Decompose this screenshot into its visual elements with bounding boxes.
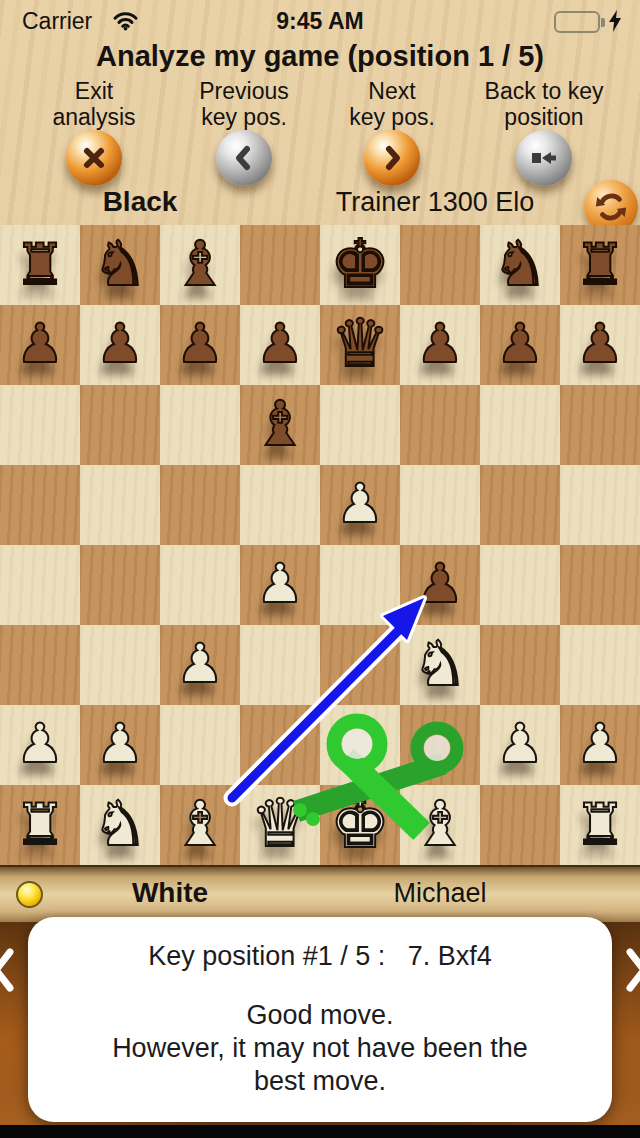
- piece-white-bishop-c1[interactable]: ♝: [160, 785, 240, 865]
- piece-black-pawn-f7[interactable]: ♟: [400, 305, 480, 385]
- square-g3[interactable]: [480, 625, 560, 705]
- square-c4[interactable]: [160, 545, 240, 625]
- prev-page-chevron-icon[interactable]: [0, 948, 14, 996]
- square-b3[interactable]: [80, 625, 160, 705]
- piece-white-pawn-c3[interactable]: ♟: [160, 625, 240, 705]
- piece-white-queen-d1[interactable]: ♛: [240, 785, 320, 865]
- piece-white-knight-b1[interactable]: ♞: [80, 785, 160, 865]
- move-evaluation-text: Good move. However, it may not have been…: [28, 999, 612, 1098]
- next-page-chevron-icon[interactable]: [626, 948, 640, 996]
- piece-black-pawn-c7[interactable]: ♟: [160, 305, 240, 385]
- square-h1[interactable]: ♜: [560, 785, 640, 865]
- next-key-pos-button[interactable]: [364, 130, 420, 186]
- square-c2[interactable]: [160, 705, 240, 785]
- back-to-start-icon: [529, 146, 559, 170]
- square-d6[interactable]: ♝: [240, 385, 320, 465]
- rotate-board-icon: [592, 188, 630, 226]
- square-d8[interactable]: [240, 225, 320, 305]
- square-h8[interactable]: ♜: [560, 225, 640, 305]
- square-c6[interactable]: [160, 385, 240, 465]
- piece-white-pawn-e5[interactable]: ♟: [320, 465, 400, 545]
- square-f2[interactable]: [400, 705, 480, 785]
- piece-black-bishop-c8[interactable]: ♝: [160, 225, 240, 305]
- square-f8[interactable]: [400, 225, 480, 305]
- chess-analysis-screen: Carrier 9:45 AM Analyze my game (positio…: [0, 0, 640, 1138]
- square-f7[interactable]: ♟: [400, 305, 480, 385]
- square-h4[interactable]: [560, 545, 640, 625]
- key-position-title: Key position #1 / 5 : 7. Bxf4: [28, 941, 612, 972]
- piece-black-pawn-a7[interactable]: ♟: [0, 305, 80, 385]
- piece-black-pawn-d7[interactable]: ♟: [240, 305, 320, 385]
- piece-white-pawn-d4[interactable]: ♟: [240, 545, 320, 625]
- square-g1[interactable]: [480, 785, 560, 865]
- square-c8[interactable]: ♝: [160, 225, 240, 305]
- previous-key-pos-label: Previous key pos.: [164, 78, 324, 130]
- top-player-row: Black Trainer 1300 Elo: [0, 186, 640, 226]
- black-side-label: Black: [55, 186, 225, 218]
- piece-white-pawn-a2[interactable]: ♟: [0, 705, 80, 785]
- square-b1[interactable]: ♞: [80, 785, 160, 865]
- square-f1[interactable]: ♝: [400, 785, 480, 865]
- square-d5[interactable]: [240, 465, 320, 545]
- piece-black-king-e8[interactable]: ♚: [320, 225, 400, 305]
- square-e4[interactable]: [320, 545, 400, 625]
- exit-analysis-button[interactable]: [66, 130, 122, 186]
- square-h7[interactable]: ♟: [560, 305, 640, 385]
- piece-white-pawn-h2[interactable]: ♟: [560, 705, 640, 785]
- square-f4[interactable]: ♟: [400, 545, 480, 625]
- square-e5[interactable]: ♟: [320, 465, 400, 545]
- piece-white-pawn-b2[interactable]: ♟: [80, 705, 160, 785]
- square-a4[interactable]: [0, 545, 80, 625]
- square-b6[interactable]: [80, 385, 160, 465]
- square-a3[interactable]: [0, 625, 80, 705]
- square-b7[interactable]: ♟: [80, 305, 160, 385]
- square-f3[interactable]: ♞: [400, 625, 480, 705]
- bottom-black-strip: [0, 1125, 640, 1138]
- square-f5[interactable]: [400, 465, 480, 545]
- previous-key-pos-button[interactable]: [216, 130, 272, 186]
- square-d3[interactable]: [240, 625, 320, 705]
- square-d4[interactable]: ♟: [240, 545, 320, 625]
- bottom-player-row: White Michael: [0, 865, 640, 922]
- square-e2[interactable]: [320, 705, 400, 785]
- square-a8[interactable]: ♜: [0, 225, 80, 305]
- status-bar: Carrier 9:45 AM: [0, 0, 640, 40]
- battery-icon: [554, 11, 600, 33]
- square-b2[interactable]: ♟: [80, 705, 160, 785]
- black-player-name: Trainer 1300 Elo: [285, 187, 585, 218]
- square-b8[interactable]: ♞: [80, 225, 160, 305]
- piece-white-rook-a1[interactable]: ♜: [0, 785, 80, 865]
- square-h3[interactable]: [560, 625, 640, 705]
- piece-white-rook-h1[interactable]: ♜: [560, 785, 640, 865]
- square-e1[interactable]: ♚: [320, 785, 400, 865]
- turn-indicator-dot: [16, 881, 43, 908]
- battery-tip: [601, 18, 605, 27]
- square-a7[interactable]: ♟: [0, 305, 80, 385]
- piece-black-pawn-g7[interactable]: ♟: [480, 305, 560, 385]
- square-g6[interactable]: [480, 385, 560, 465]
- square-a6[interactable]: [0, 385, 80, 465]
- exit-analysis-label: Exit analysis: [14, 78, 174, 130]
- square-a1[interactable]: ♜: [0, 785, 80, 865]
- piece-black-knight-g8[interactable]: ♞: [480, 225, 560, 305]
- square-g5[interactable]: [480, 465, 560, 545]
- piece-black-knight-b8[interactable]: ♞: [80, 225, 160, 305]
- chevron-left-icon: [230, 144, 258, 172]
- square-e6[interactable]: [320, 385, 400, 465]
- square-f6[interactable]: [400, 385, 480, 465]
- back-to-key-position-button[interactable]: [516, 130, 572, 186]
- square-c7[interactable]: ♟: [160, 305, 240, 385]
- piece-black-bishop-d6[interactable]: ♝: [240, 385, 320, 465]
- piece-white-knight-f3[interactable]: ♞: [400, 625, 480, 705]
- square-c1[interactable]: ♝: [160, 785, 240, 865]
- square-d1[interactable]: ♛: [240, 785, 320, 865]
- piece-white-bishop-f1[interactable]: ♝: [400, 785, 480, 865]
- square-d7[interactable]: ♟: [240, 305, 320, 385]
- square-g7[interactable]: ♟: [480, 305, 560, 385]
- square-a5[interactable]: [0, 465, 80, 545]
- chevron-right-icon: [378, 144, 406, 172]
- square-g4[interactable]: [480, 545, 560, 625]
- piece-black-rook-h8[interactable]: ♜: [560, 225, 640, 305]
- next-key-pos-label: Next key pos.: [312, 78, 472, 130]
- square-e8[interactable]: ♚: [320, 225, 400, 305]
- square-h2[interactable]: ♟: [560, 705, 640, 785]
- square-h6[interactable]: [560, 385, 640, 465]
- white-player-name: Michael: [330, 878, 550, 909]
- piece-black-pawn-h7[interactable]: ♟: [560, 305, 640, 385]
- close-x-icon: [78, 142, 110, 174]
- square-c5[interactable]: [160, 465, 240, 545]
- square-h5[interactable]: [560, 465, 640, 545]
- chess-board: ♜♞♝♚♞♜♟♟♟♟♛♟♟♟♝♟♟♟♟♞♟♟♟♟♜♞♝♛♚♝♜: [0, 225, 640, 865]
- piece-black-queen-e7[interactable]: ♛: [320, 305, 400, 385]
- square-b4[interactable]: [80, 545, 160, 625]
- piece-black-pawn-b7[interactable]: ♟: [80, 305, 160, 385]
- square-e3[interactable]: [320, 625, 400, 705]
- analysis-message-panel: Key position #1 / 5 : 7. Bxf4 Good move.…: [28, 917, 612, 1122]
- white-side-label: White: [85, 877, 255, 909]
- square-g8[interactable]: ♞: [480, 225, 560, 305]
- charging-bolt-icon: [609, 10, 622, 36]
- square-e7[interactable]: ♛: [320, 305, 400, 385]
- square-b5[interactable]: [80, 465, 160, 545]
- square-g2[interactable]: ♟: [480, 705, 560, 785]
- back-to-key-position-label: Back to key position: [464, 78, 624, 130]
- piece-black-rook-a8[interactable]: ♜: [0, 225, 80, 305]
- square-c3[interactable]: ♟: [160, 625, 240, 705]
- square-d2[interactable]: [240, 705, 320, 785]
- square-a2[interactable]: ♟: [0, 705, 80, 785]
- page-title: Analyze my game (position 1 / 5): [0, 40, 640, 73]
- piece-white-pawn-g2[interactable]: ♟: [480, 705, 560, 785]
- piece-white-king-e1[interactable]: ♚: [320, 785, 400, 865]
- clock: 9:45 AM: [0, 8, 640, 35]
- piece-black-pawn-f4[interactable]: ♟: [400, 545, 480, 625]
